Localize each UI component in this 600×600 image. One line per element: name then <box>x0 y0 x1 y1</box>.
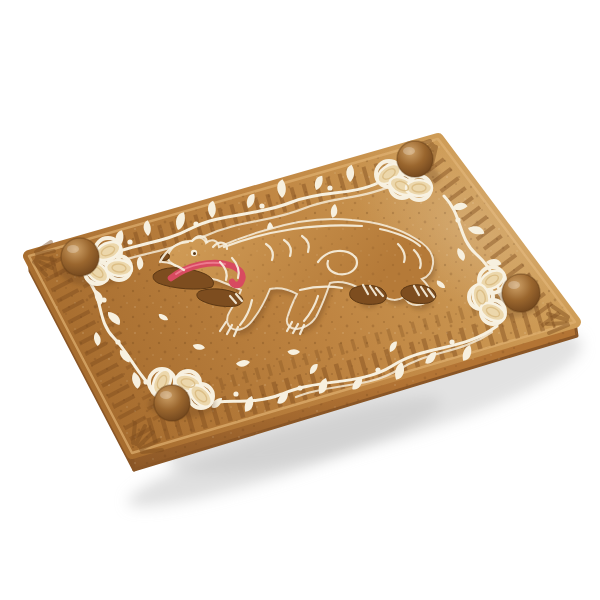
photo-canvas <box>0 0 600 600</box>
vine-berry <box>327 185 332 190</box>
dough-ball-highlight <box>403 147 415 155</box>
vine-berry <box>455 217 460 222</box>
vine-berry <box>297 385 302 390</box>
dough-ball <box>502 274 540 312</box>
vine-berry <box>375 367 380 372</box>
corner-ornament-top-left <box>60 238 133 286</box>
bear-eye-pupil <box>193 252 196 255</box>
dough-ball <box>397 141 433 177</box>
dough-ball <box>154 385 190 421</box>
dough-ball-highlight <box>508 281 520 289</box>
dough-ball-highlight <box>160 391 172 399</box>
almond <box>406 180 432 196</box>
vine-berry <box>115 339 120 344</box>
fan-line <box>142 450 162 452</box>
fan-line <box>547 323 567 324</box>
gingerbread-photo <box>0 0 600 600</box>
almond <box>105 259 132 277</box>
vine-berry <box>233 391 238 396</box>
dough-ball-highlight <box>67 245 79 253</box>
vine-berry <box>193 221 198 226</box>
fan-line <box>133 423 135 443</box>
vine-berry <box>449 339 454 344</box>
dough-ball <box>61 238 99 276</box>
vine-berry <box>259 203 264 208</box>
vine-berry <box>127 239 132 244</box>
vine-berry <box>101 297 106 302</box>
